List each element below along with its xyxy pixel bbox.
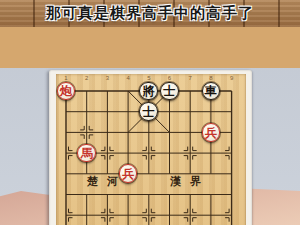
black-piece-車[interactable]: 車 bbox=[202, 82, 221, 101]
piece-character: 炮 bbox=[60, 85, 72, 97]
red-piece-馬[interactable]: 馬 bbox=[77, 144, 96, 163]
red-piece-兵[interactable]: 兵 bbox=[202, 123, 221, 142]
piece-character: 兵 bbox=[122, 168, 134, 180]
game-screen: 那可真是棋界高手中的高手了 123456789 楚河 漢界 炮將士車士兵馬兵 bbox=[0, 0, 300, 225]
dialogue-banner: 那可真是棋界高手中的高手了 bbox=[0, 0, 300, 28]
black-piece-士[interactable]: 士 bbox=[139, 102, 158, 121]
piece-character: 車 bbox=[205, 85, 217, 97]
red-piece-炮[interactable]: 炮 bbox=[57, 82, 76, 101]
backdrop-wall-upper bbox=[0, 27, 300, 68]
piece-character: 士 bbox=[163, 85, 175, 97]
black-piece-將[interactable]: 將 bbox=[139, 82, 158, 101]
black-piece-士[interactable]: 士 bbox=[160, 82, 179, 101]
dialogue-text: 那可真是棋界高手中的高手了 bbox=[46, 4, 254, 23]
red-piece-兵[interactable]: 兵 bbox=[119, 164, 138, 183]
pieces-layer: 炮將士車士兵馬兵 bbox=[56, 81, 242, 225]
piece-character: 將 bbox=[143, 85, 155, 97]
piece-character: 馬 bbox=[81, 147, 93, 159]
piece-character: 兵 bbox=[205, 127, 217, 139]
piece-character: 士 bbox=[143, 106, 155, 118]
